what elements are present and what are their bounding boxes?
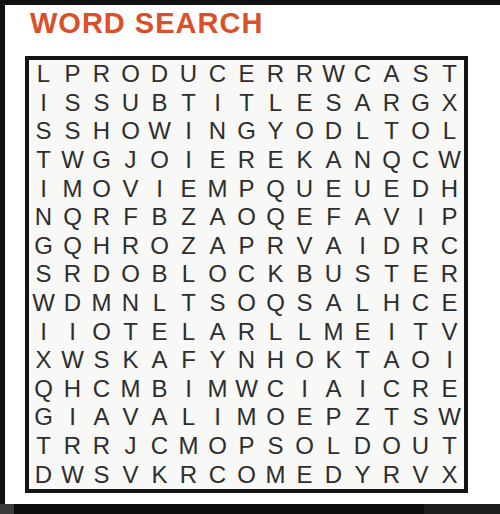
grid-cell-r8c4: O <box>116 260 145 289</box>
grid-cell-r5c8: P <box>232 174 261 203</box>
grid-cell-r7c13: D <box>377 232 406 261</box>
grid-cell-r11c6: F <box>174 346 203 375</box>
grid-cell-r4c9: E <box>261 146 290 175</box>
grid-cell-r3c6: I <box>174 117 203 146</box>
grid-cell-r10c13: I <box>377 317 406 346</box>
grid-cell-r6c3: R <box>87 203 116 232</box>
grid-cell-r9c14: C <box>406 289 435 318</box>
grid-cell-r3c9: Y <box>261 117 290 146</box>
bottom-bar-segment-right <box>424 504 500 514</box>
grid-cell-r2c7: I <box>203 89 232 118</box>
grid-cell-r8c14: E <box>406 260 435 289</box>
grid-cell-r14c4: J <box>116 432 145 461</box>
grid-cell-r15c4: V <box>116 460 145 489</box>
grid-cell-r4c14: C <box>406 146 435 175</box>
grid-cell-r11c3: S <box>87 346 116 375</box>
grid-cell-r6c8: O <box>232 203 261 232</box>
grid-cell-r3c15: L <box>435 117 464 146</box>
grid-cell-r11c13: A <box>377 346 406 375</box>
grid-cell-r7c10: V <box>290 232 319 261</box>
grid-cell-r13c14: S <box>406 403 435 432</box>
grid-cell-r1c8: E <box>232 60 261 89</box>
grid-cell-r5c4: V <box>116 174 145 203</box>
grid-cell-r7c7: A <box>203 232 232 261</box>
grid-cell-r6c12: A <box>348 203 377 232</box>
grid-cell-r2c8: T <box>232 89 261 118</box>
grid-cell-r5c15: H <box>435 174 464 203</box>
grid-cell-r8c7: O <box>203 260 232 289</box>
grid-cell-r10c12: E <box>348 317 377 346</box>
grid-cell-r15c10: E <box>290 460 319 489</box>
grid-cell-r7c12: I <box>348 232 377 261</box>
grid-cell-r1c14: S <box>406 60 435 89</box>
grid-cell-r6c9: Q <box>261 203 290 232</box>
grid-cell-r5c2: M <box>58 174 87 203</box>
grid-cell-r8c15: R <box>435 260 464 289</box>
grid-cell-r11c12: T <box>348 346 377 375</box>
grid-cell-r10c15: V <box>435 317 464 346</box>
grid-cell-r13c3: A <box>87 403 116 432</box>
grid-cell-r10c2: I <box>58 317 87 346</box>
grid-cell-r8c2: R <box>58 260 87 289</box>
grid-cell-r13c4: V <box>116 403 145 432</box>
grid-cell-r1c12: C <box>348 60 377 89</box>
grid-cell-r13c2: I <box>58 403 87 432</box>
grid-cell-r2c14: G <box>406 89 435 118</box>
grid-cell-r12c4: M <box>116 375 145 404</box>
grid-cell-r8c1: S <box>29 260 58 289</box>
grid-cell-r3c4: O <box>116 117 145 146</box>
grid-cell-r10c11: M <box>319 317 348 346</box>
grid-cell-r9c13: H <box>377 289 406 318</box>
grid-cell-r1c1: L <box>29 60 58 89</box>
grid-cell-r4c13: Q <box>377 146 406 175</box>
grid-cell-r14c5: C <box>145 432 174 461</box>
grid-cell-r15c3: S <box>87 460 116 489</box>
grid-cell-r3c14: O <box>406 117 435 146</box>
grid-cell-r13c13: T <box>377 403 406 432</box>
grid-cell-r10c14: T <box>406 317 435 346</box>
grid-cell-r6c10: E <box>290 203 319 232</box>
grid-cell-r13c8: M <box>232 403 261 432</box>
grid-cell-r4c4: J <box>116 146 145 175</box>
grid-cell-r8c3: D <box>87 260 116 289</box>
grid-cell-r2c4: U <box>116 89 145 118</box>
grid-cell-r6c14: I <box>406 203 435 232</box>
grid-cell-r1c6: U <box>174 60 203 89</box>
grid-cell-r8c12: S <box>348 260 377 289</box>
grid-cell-r3c2: S <box>58 117 87 146</box>
grid-cell-r13c15: W <box>435 403 464 432</box>
grid-cell-r14c8: P <box>232 432 261 461</box>
grid-cell-r2c5: B <box>145 89 174 118</box>
grid-cell-r9c15: E <box>435 289 464 318</box>
grid-cell-r1c11: W <box>319 60 348 89</box>
grid-cell-r7c11: A <box>319 232 348 261</box>
grid-cell-r10c7: A <box>203 317 232 346</box>
grid-cell-r15c11: D <box>319 460 348 489</box>
grid-cell-r5c7: M <box>203 174 232 203</box>
grid-cell-r7c6: Z <box>174 232 203 261</box>
grid-cell-r15c5: K <box>145 460 174 489</box>
grid-cell-r14c11: L <box>319 432 348 461</box>
grid-cell-r14c10: O <box>290 432 319 461</box>
grid-cell-r12c15: E <box>435 375 464 404</box>
grid-cell-r10c10: L <box>290 317 319 346</box>
grid-cell-r8c11: U <box>319 260 348 289</box>
bottom-edge-bar <box>0 504 500 514</box>
grid-cell-r14c6: M <box>174 432 203 461</box>
grid-cell-r5c5: I <box>145 174 174 203</box>
grid-cell-r12c5: B <box>145 375 174 404</box>
grid-cell-r9c2: D <box>58 289 87 318</box>
grid-cell-r9c4: N <box>116 289 145 318</box>
grid-cell-r11c7: Y <box>203 346 232 375</box>
grid-cell-r4c7: E <box>203 146 232 175</box>
grid-cell-r14c14: U <box>406 432 435 461</box>
grid-cell-r9c9: Q <box>261 289 290 318</box>
grid-cell-r6c4: F <box>116 203 145 232</box>
grid-cell-r12c2: H <box>58 375 87 404</box>
grid-cell-r14c7: O <box>203 432 232 461</box>
grid-cell-r9c12: L <box>348 289 377 318</box>
grid-cell-r11c9: H <box>261 346 290 375</box>
grid-cell-r7c14: R <box>406 232 435 261</box>
grid-cell-r6c6: Z <box>174 203 203 232</box>
grid-cell-r6c13: V <box>377 203 406 232</box>
grid-cell-r12c7: M <box>203 375 232 404</box>
grid-cell-r1c2: P <box>58 60 87 89</box>
grid-cell-r13c9: O <box>261 403 290 432</box>
grid-cell-r12c12: I <box>348 375 377 404</box>
grid-cell-r4c10: K <box>290 146 319 175</box>
grid-cell-r9c10: S <box>290 289 319 318</box>
grid-cell-r14c12: D <box>348 432 377 461</box>
grid-cell-r7c15: C <box>435 232 464 261</box>
grid-cell-r15c13: R <box>377 460 406 489</box>
grid-cell-r6c15: P <box>435 203 464 232</box>
grid-cell-r3c3: H <box>87 117 116 146</box>
grid-cell-r6c1: N <box>29 203 58 232</box>
grid-cell-r15c1: D <box>29 460 58 489</box>
grid-cell-r2c3: S <box>87 89 116 118</box>
grid-cell-r10c1: I <box>29 317 58 346</box>
grid-cell-r13c1: G <box>29 403 58 432</box>
grid-cell-r14c3: R <box>87 432 116 461</box>
grid-cell-r4c3: G <box>87 146 116 175</box>
grid-cell-r6c5: B <box>145 203 174 232</box>
grid-cell-r3c13: T <box>377 117 406 146</box>
grid-cell-r15c6: R <box>174 460 203 489</box>
grid-cell-r12c6: I <box>174 375 203 404</box>
grid-cell-r6c2: Q <box>58 203 87 232</box>
grid-cell-r2c11: S <box>319 89 348 118</box>
grid-cell-r14c9: S <box>261 432 290 461</box>
grid-cell-r15c8: O <box>232 460 261 489</box>
grid-cell-r15c12: Y <box>348 460 377 489</box>
grid-cell-r9c5: L <box>145 289 174 318</box>
grid-cell-r4c2: W <box>58 146 87 175</box>
grid-cell-r5c9: Q <box>261 174 290 203</box>
grid-cell-r9c6: T <box>174 289 203 318</box>
grid-cell-r3c7: N <box>203 117 232 146</box>
grid-cell-r3c1: S <box>29 117 58 146</box>
grid-cell-r9c1: W <box>29 289 58 318</box>
grid-cell-r15c2: W <box>58 460 87 489</box>
grid-cell-r5c12: U <box>348 174 377 203</box>
grid-cell-r1c15: T <box>435 60 464 89</box>
grid-cell-r10c6: L <box>174 317 203 346</box>
grid-cell-r5c6: E <box>174 174 203 203</box>
grid-cell-r7c8: P <box>232 232 261 261</box>
grid-cell-r12c11: A <box>319 375 348 404</box>
grid-cell-r7c4: R <box>116 232 145 261</box>
grid-cell-r12c13: C <box>377 375 406 404</box>
grid-cell-r8c6: L <box>174 260 203 289</box>
grid-cell-r12c8: W <box>232 375 261 404</box>
grid-cell-r5c1: I <box>29 174 58 203</box>
grid-cell-r1c7: C <box>203 60 232 89</box>
grid-cell-r11c15: I <box>435 346 464 375</box>
grid-cell-r5c13: E <box>377 174 406 203</box>
grid-cell-r2c13: R <box>377 89 406 118</box>
grid-cell-r5c10: U <box>290 174 319 203</box>
grid-cell-r12c10: I <box>290 375 319 404</box>
grid-cell-r13c5: A <box>145 403 174 432</box>
grid-cell-r9c11: A <box>319 289 348 318</box>
grid-cell-r1c10: R <box>290 60 319 89</box>
grid-cell-r13c11: P <box>319 403 348 432</box>
grid-cell-r12c14: R <box>406 375 435 404</box>
grid-cell-r1c13: A <box>377 60 406 89</box>
grid-cell-r8c10: B <box>290 260 319 289</box>
grid-cell-r2c12: A <box>348 89 377 118</box>
grid-cell-r2c1: I <box>29 89 58 118</box>
grid-cell-r4c12: N <box>348 146 377 175</box>
grid-cell-r8c8: C <box>232 260 261 289</box>
grid-cell-r11c4: K <box>116 346 145 375</box>
grid-cell-r11c10: O <box>290 346 319 375</box>
grid-cell-r13c10: E <box>290 403 319 432</box>
grid-cell-r1c3: R <box>87 60 116 89</box>
grid-cell-r3c11: D <box>319 117 348 146</box>
grid-cell-r1c9: R <box>261 60 290 89</box>
grid-cell-r10c3: O <box>87 317 116 346</box>
grid-cell-r4c5: O <box>145 146 174 175</box>
grid-cell-r13c7: I <box>203 403 232 432</box>
grid-cell-r6c7: A <box>203 203 232 232</box>
grid-cell-r12c1: Q <box>29 375 58 404</box>
grid-cell-r3c10: O <box>290 117 319 146</box>
grid-cell-r9c3: M <box>87 289 116 318</box>
grid-cell-r14c13: O <box>377 432 406 461</box>
grid-cell-r15c7: C <box>203 460 232 489</box>
top-edge-bar <box>0 0 500 5</box>
grid-cell-r9c8: O <box>232 289 261 318</box>
grid-cell-r13c12: Z <box>348 403 377 432</box>
grid-cell-r2c10: E <box>290 89 319 118</box>
grid-cell-r4c15: W <box>435 146 464 175</box>
grid-cell-r1c5: D <box>145 60 174 89</box>
grid-cell-r15c9: M <box>261 460 290 489</box>
grid-cell-r7c1: G <box>29 232 58 261</box>
grid-cell-r10c5: E <box>145 317 174 346</box>
grid-cell-r5c14: D <box>406 174 435 203</box>
grid-cell-r3c8: G <box>232 117 261 146</box>
grid-cell-r8c9: K <box>261 260 290 289</box>
grid-cell-r2c15: X <box>435 89 464 118</box>
grid-cell-r10c8: R <box>232 317 261 346</box>
grid-cell-r12c9: C <box>261 375 290 404</box>
grid-cell-r6c11: F <box>319 203 348 232</box>
grid-cell-r7c3: H <box>87 232 116 261</box>
grid-cell-r2c9: L <box>261 89 290 118</box>
grid-cell-r2c2: S <box>58 89 87 118</box>
grid-cell-r14c2: R <box>58 432 87 461</box>
grid-cell-r13c6: L <box>174 403 203 432</box>
grid-cell-r8c13: T <box>377 260 406 289</box>
bottom-bar-segment-middle <box>14 504 424 514</box>
word-search-grid: LPRODUCERRWCASTISSUBTITLESARGXSSHOWINGYO… <box>25 56 468 493</box>
grid-cell-r7c2: Q <box>58 232 87 261</box>
left-edge-bar <box>0 0 5 514</box>
grid-cell-r9c7: S <box>203 289 232 318</box>
grid-cell-r3c5: W <box>145 117 174 146</box>
grid-cell-r11c5: A <box>145 346 174 375</box>
grid-cell-r11c14: O <box>406 346 435 375</box>
grid-cell-r4c1: T <box>29 146 58 175</box>
grid-cell-r11c8: N <box>232 346 261 375</box>
grid-cell-r5c11: E <box>319 174 348 203</box>
grid-cell-r11c1: X <box>29 346 58 375</box>
grid-cell-r14c15: T <box>435 432 464 461</box>
grid-cell-r7c5: O <box>145 232 174 261</box>
grid-cell-r7c9: R <box>261 232 290 261</box>
bottom-bar-segment-left <box>0 504 14 514</box>
page-title: WORD SEARCH <box>30 7 263 40</box>
grid-cell-r8c5: B <box>145 260 174 289</box>
grid-cell-r10c4: T <box>116 317 145 346</box>
grid-cell-r15c15: X <box>435 460 464 489</box>
grid-cell-r4c11: A <box>319 146 348 175</box>
grid-cell-r3c12: L <box>348 117 377 146</box>
grid-cell-r12c3: C <box>87 375 116 404</box>
grid-cell-r2c6: T <box>174 89 203 118</box>
grid-cell-r10c9: L <box>261 317 290 346</box>
grid-cell-r4c8: R <box>232 146 261 175</box>
grid-cell-r4c6: I <box>174 146 203 175</box>
grid-cell-r1c4: O <box>116 60 145 89</box>
grid-cell-r14c1: T <box>29 432 58 461</box>
grid-cell-r11c11: K <box>319 346 348 375</box>
grid-cell-r11c2: W <box>58 346 87 375</box>
grid-cell-r5c3: O <box>87 174 116 203</box>
grid-cell-r15c14: V <box>406 460 435 489</box>
